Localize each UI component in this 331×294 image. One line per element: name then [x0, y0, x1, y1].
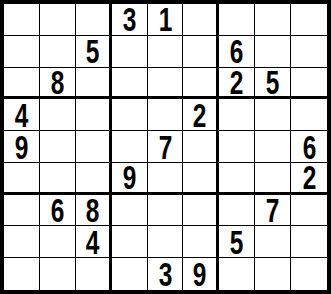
cell-r5c2[interactable]	[40, 131, 76, 163]
cell-r6c1[interactable]	[4, 163, 40, 195]
cell-r2c8[interactable]	[255, 36, 291, 68]
cell-r1c2[interactable]	[40, 4, 76, 36]
cell-r2c2[interactable]	[40, 36, 76, 68]
given-digit: 4	[15, 99, 29, 131]
cell-r3c3[interactable]	[76, 68, 112, 100]
cell-r7c8[interactable]: 7	[255, 195, 291, 227]
cell-r7c3[interactable]: 8	[76, 195, 112, 227]
given-digit: 9	[193, 258, 207, 290]
cell-r6c4[interactable]: 9	[112, 163, 148, 195]
cell-r6c8[interactable]	[255, 163, 291, 195]
given-digit: 2	[193, 99, 207, 131]
cell-r7c2[interactable]: 6	[40, 195, 76, 227]
cell-r7c7[interactable]	[219, 195, 255, 227]
given-digit: 6	[51, 195, 65, 227]
cell-r2c9[interactable]	[291, 36, 327, 68]
cell-r1c3[interactable]	[76, 4, 112, 36]
cell-r4c6[interactable]: 2	[183, 99, 219, 131]
cell-r8c6[interactable]	[183, 226, 219, 258]
cell-r6c9[interactable]: 2	[291, 163, 327, 195]
cell-r2c3[interactable]: 5	[76, 36, 112, 68]
given-digit: 5	[85, 36, 99, 68]
cell-r2c5[interactable]	[148, 36, 184, 68]
cell-r3c4[interactable]	[112, 68, 148, 100]
cell-r7c5[interactable]	[148, 195, 184, 227]
cell-r8c8[interactable]	[255, 226, 291, 258]
cell-r9c6[interactable]: 9	[183, 258, 219, 290]
cell-r3c9[interactable]	[291, 68, 327, 100]
cell-r3c7[interactable]: 2	[219, 68, 255, 100]
cell-r4c7[interactable]	[219, 99, 255, 131]
cell-r2c1[interactable]	[4, 36, 40, 68]
cell-r6c3[interactable]	[76, 163, 112, 195]
cell-r1c7[interactable]	[219, 4, 255, 36]
cell-r7c6[interactable]	[183, 195, 219, 227]
cell-r5c1[interactable]: 9	[4, 131, 40, 163]
cell-r9c5[interactable]: 3	[148, 258, 184, 290]
given-digit: 4	[85, 226, 99, 258]
cell-r5c6[interactable]	[183, 131, 219, 163]
cell-r1c5[interactable]: 1	[148, 4, 184, 36]
given-digit: 5	[230, 226, 244, 258]
given-digit: 8	[85, 195, 99, 227]
cell-r5c9[interactable]: 6	[291, 131, 327, 163]
given-digit: 2	[302, 163, 316, 194]
given-digit: 3	[158, 258, 172, 290]
cell-r1c8[interactable]	[255, 4, 291, 36]
given-digit: 8	[51, 68, 65, 99]
cell-r5c8[interactable]	[255, 131, 291, 163]
cell-r8c4[interactable]	[112, 226, 148, 258]
given-digit: 9	[122, 163, 136, 194]
cell-r9c2[interactable]	[40, 258, 76, 290]
given-digit: 3	[122, 4, 136, 36]
cell-r8c3[interactable]: 4	[76, 226, 112, 258]
cell-r1c9[interactable]	[291, 4, 327, 36]
cell-r4c9[interactable]	[291, 99, 327, 131]
cell-r3c2[interactable]: 8	[40, 68, 76, 100]
cell-r5c5[interactable]: 7	[148, 131, 184, 163]
cell-r3c6[interactable]	[183, 68, 219, 100]
given-digit: 1	[158, 4, 172, 36]
cell-r7c1[interactable]	[4, 195, 40, 227]
given-digit: 6	[230, 36, 244, 68]
cell-r6c2[interactable]	[40, 163, 76, 195]
given-digit: 2	[230, 68, 244, 99]
cell-r5c7[interactable]	[219, 131, 255, 163]
cell-r3c8[interactable]: 5	[255, 68, 291, 100]
cell-r4c3[interactable]	[76, 99, 112, 131]
cell-r2c4[interactable]	[112, 36, 148, 68]
cell-r4c5[interactable]	[148, 99, 184, 131]
cell-r6c6[interactable]	[183, 163, 219, 195]
cell-r4c8[interactable]	[255, 99, 291, 131]
cell-r9c9[interactable]	[291, 258, 327, 290]
cell-r4c4[interactable]	[112, 99, 148, 131]
cell-r9c1[interactable]	[4, 258, 40, 290]
cell-r4c1[interactable]: 4	[4, 99, 40, 131]
cell-r1c1[interactable]	[4, 4, 40, 36]
cell-r7c4[interactable]	[112, 195, 148, 227]
cell-r9c8[interactable]	[255, 258, 291, 290]
cell-r3c1[interactable]	[4, 68, 40, 100]
cell-r3c5[interactable]	[148, 68, 184, 100]
cell-r1c6[interactable]	[183, 4, 219, 36]
cell-r7c9[interactable]	[291, 195, 327, 227]
given-digit: 9	[15, 131, 29, 163]
cell-r1c4[interactable]: 3	[112, 4, 148, 36]
sudoku-board: 315682542976926874539	[0, 0, 331, 294]
cell-r4c2[interactable]	[40, 99, 76, 131]
given-digit: 7	[266, 195, 280, 227]
cell-r6c7[interactable]	[219, 163, 255, 195]
cell-r6c5[interactable]	[148, 163, 184, 195]
cell-r9c4[interactable]	[112, 258, 148, 290]
cell-r5c4[interactable]	[112, 131, 148, 163]
cell-r8c2[interactable]	[40, 226, 76, 258]
cell-r8c9[interactable]	[291, 226, 327, 258]
cell-r8c7[interactable]: 5	[219, 226, 255, 258]
given-digit: 7	[158, 131, 172, 163]
cell-r5c3[interactable]	[76, 131, 112, 163]
cell-r2c6[interactable]	[183, 36, 219, 68]
cell-r2c7[interactable]: 6	[219, 36, 255, 68]
given-digit: 6	[302, 131, 316, 163]
cell-r8c1[interactable]	[4, 226, 40, 258]
given-digit: 5	[266, 68, 280, 99]
cell-r8c5[interactable]	[148, 226, 184, 258]
cell-r9c3[interactable]	[76, 258, 112, 290]
cell-r9c7[interactable]	[219, 258, 255, 290]
